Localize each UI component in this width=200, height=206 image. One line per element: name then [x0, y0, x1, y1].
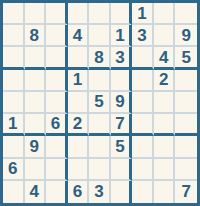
cell-r4c3[interactable]: [46, 70, 68, 92]
cell-r6c2[interactable]: [25, 114, 47, 136]
cell-r5c5[interactable]: 5: [89, 92, 111, 114]
cell-r6c3[interactable]: 6: [46, 114, 68, 136]
cell-r8c8[interactable]: [154, 159, 176, 181]
cell-r4c8[interactable]: 2: [154, 70, 176, 92]
cell-r1c9[interactable]: [175, 3, 197, 25]
cell-r3c3[interactable]: [46, 47, 68, 69]
cell-r7c4[interactable]: [68, 136, 90, 158]
cell-r1c2[interactable]: [25, 3, 47, 25]
cell-r9c8[interactable]: [154, 181, 176, 203]
cell-r2c2[interactable]: 8: [25, 25, 47, 47]
cell-r3c7[interactable]: [132, 47, 154, 69]
cell-r5c6[interactable]: 9: [111, 92, 133, 114]
cell-r5c2[interactable]: [25, 92, 47, 114]
cell-r5c1[interactable]: [3, 92, 25, 114]
sudoku-board: 1841398345125916279564637: [0, 0, 200, 206]
cell-r2c6[interactable]: 1: [111, 25, 133, 47]
cell-r9c9[interactable]: 7: [175, 181, 197, 203]
cell-r7c7[interactable]: [132, 136, 154, 158]
cell-r7c2[interactable]: 9: [25, 136, 47, 158]
cell-r6c6[interactable]: 7: [111, 114, 133, 136]
cell-r2c7[interactable]: 3: [132, 25, 154, 47]
cell-r3c5[interactable]: 8: [89, 47, 111, 69]
cell-r9c4[interactable]: 6: [68, 181, 90, 203]
cell-r8c9[interactable]: [175, 159, 197, 181]
cell-r7c1[interactable]: [3, 136, 25, 158]
cell-r8c3[interactable]: [46, 159, 68, 181]
cell-r3c8[interactable]: 4: [154, 47, 176, 69]
cell-r2c9[interactable]: 9: [175, 25, 197, 47]
cell-r6c1[interactable]: 1: [3, 114, 25, 136]
cell-r3c6[interactable]: 3: [111, 47, 133, 69]
cell-r8c4[interactable]: [68, 159, 90, 181]
cell-r5c4[interactable]: [68, 92, 90, 114]
cell-r1c4[interactable]: [68, 3, 90, 25]
cell-r6c9[interactable]: [175, 114, 197, 136]
cell-r3c4[interactable]: [68, 47, 90, 69]
cell-r8c1[interactable]: 6: [3, 159, 25, 181]
cell-r5c7[interactable]: [132, 92, 154, 114]
cell-r9c7[interactable]: [132, 181, 154, 203]
cell-r7c6[interactable]: 5: [111, 136, 133, 158]
cell-r8c7[interactable]: [132, 159, 154, 181]
cell-r2c5[interactable]: [89, 25, 111, 47]
cell-r4c4[interactable]: 1: [68, 70, 90, 92]
cell-r3c2[interactable]: [25, 47, 47, 69]
cell-r6c7[interactable]: [132, 114, 154, 136]
cell-r1c1[interactable]: [3, 3, 25, 25]
cell-r2c1[interactable]: [3, 25, 25, 47]
cell-r9c6[interactable]: [111, 181, 133, 203]
cell-r2c4[interactable]: 4: [68, 25, 90, 47]
cell-r9c3[interactable]: [46, 181, 68, 203]
cell-r8c2[interactable]: [25, 159, 47, 181]
cell-r9c1[interactable]: [3, 181, 25, 203]
cell-r9c2[interactable]: 4: [25, 181, 47, 203]
cell-r7c5[interactable]: [89, 136, 111, 158]
cell-r2c8[interactable]: [154, 25, 176, 47]
cell-r4c6[interactable]: [111, 70, 133, 92]
cell-r3c1[interactable]: [3, 47, 25, 69]
cell-r5c8[interactable]: [154, 92, 176, 114]
cell-r4c2[interactable]: [25, 70, 47, 92]
cell-r1c3[interactable]: [46, 3, 68, 25]
cell-r6c5[interactable]: [89, 114, 111, 136]
cell-r5c9[interactable]: [175, 92, 197, 114]
cell-r4c5[interactable]: [89, 70, 111, 92]
cell-r9c5[interactable]: 3: [89, 181, 111, 203]
cell-r8c5[interactable]: [89, 159, 111, 181]
cell-r7c3[interactable]: [46, 136, 68, 158]
cell-r2c3[interactable]: [46, 25, 68, 47]
cell-r1c6[interactable]: [111, 3, 133, 25]
cell-r4c7[interactable]: [132, 70, 154, 92]
cell-r4c9[interactable]: [175, 70, 197, 92]
cell-r1c7[interactable]: 1: [132, 3, 154, 25]
cell-r5c3[interactable]: [46, 92, 68, 114]
cell-r8c6[interactable]: [111, 159, 133, 181]
cell-r4c1[interactable]: [3, 70, 25, 92]
cell-r6c4[interactable]: 2: [68, 114, 90, 136]
cell-r7c9[interactable]: [175, 136, 197, 158]
cell-r1c5[interactable]: [89, 3, 111, 25]
cell-r7c8[interactable]: [154, 136, 176, 158]
cell-r6c8[interactable]: [154, 114, 176, 136]
cell-r1c8[interactable]: [154, 3, 176, 25]
cell-r3c9[interactable]: 5: [175, 47, 197, 69]
